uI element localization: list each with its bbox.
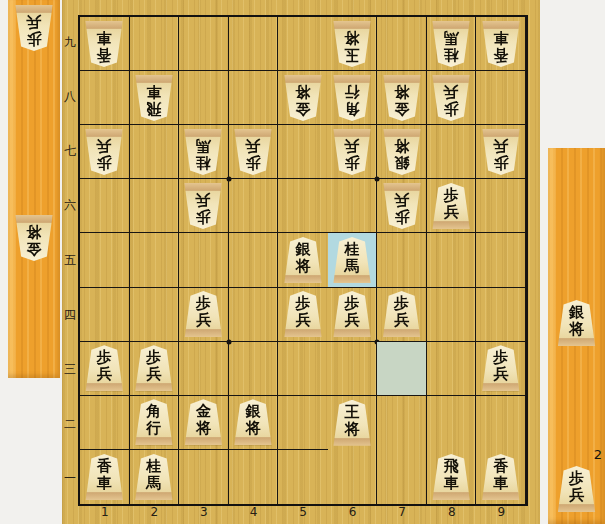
file-label: 3 bbox=[179, 503, 229, 521]
piece-kanji: 将 bbox=[394, 83, 409, 100]
shogi-piece-歩兵-sente[interactable]: 歩兵 bbox=[383, 183, 421, 229]
shogi-piece-銀将-gote[interactable]: 銀将 bbox=[284, 237, 322, 283]
piece-kanji: 兵 bbox=[97, 366, 112, 383]
square-1七[interactable]: 歩兵 bbox=[80, 125, 130, 179]
shogi-piece-銀将-sente[interactable]: 銀将 bbox=[383, 129, 421, 175]
piece-kanji: 桂 bbox=[146, 458, 161, 475]
piece-kanji: 歩 bbox=[444, 187, 459, 204]
shogi-piece-桂馬-gote[interactable]: 桂馬 bbox=[333, 237, 371, 283]
piece-kanji: 金 bbox=[27, 240, 42, 257]
square-5四[interactable]: 歩兵 bbox=[278, 288, 328, 342]
piece-kanji: 金 bbox=[394, 100, 409, 117]
piece-kanji: 馬 bbox=[146, 475, 161, 492]
shogi-piece-角行-gote[interactable]: 角行 bbox=[135, 399, 173, 445]
piece-kanji: 将 bbox=[27, 223, 42, 240]
shogi-piece-金将-sente[interactable]: 金将 bbox=[284, 75, 322, 121]
square-3八[interactable] bbox=[179, 71, 229, 125]
square-8二[interactable] bbox=[427, 396, 477, 450]
piece-kanji: 歩 bbox=[345, 154, 360, 171]
square-1六[interactable] bbox=[80, 179, 130, 233]
shogi-piece-角行-sente[interactable]: 角行 bbox=[333, 75, 371, 121]
shogi-piece-金将-gote[interactable]: 金将 bbox=[184, 399, 222, 445]
square-9八[interactable] bbox=[476, 71, 526, 125]
square-3四[interactable]: 歩兵 bbox=[179, 288, 229, 342]
square-1五[interactable] bbox=[80, 233, 130, 287]
shogi-piece-桂馬-sente[interactable]: 桂馬 bbox=[184, 129, 222, 175]
square-7三[interactable] bbox=[377, 342, 427, 396]
shogi-piece-歩兵-gote[interactable]: 歩兵 bbox=[284, 291, 322, 337]
shogi-board: 九八七六五四三二一 香車玉将桂馬香車飛車金将角行金将歩兵歩兵桂馬歩兵歩兵銀将歩兵… bbox=[62, 0, 540, 524]
square-1三[interactable]: 歩兵 bbox=[80, 342, 130, 396]
piece-kanji: 兵 bbox=[493, 366, 508, 383]
square-4二[interactable]: 銀将 bbox=[229, 396, 279, 450]
shogi-piece-飛車-gote[interactable]: 飛車 bbox=[432, 454, 470, 500]
piece-kanji: 歩 bbox=[569, 470, 584, 487]
square-5二[interactable] bbox=[278, 396, 328, 450]
square-7一[interactable] bbox=[377, 450, 427, 504]
square-1二[interactable] bbox=[80, 396, 130, 450]
rank-labels: 九八七六五四三二一 bbox=[62, 15, 78, 506]
sente-captured-tray: 歩兵金将 bbox=[8, 0, 60, 378]
square-4八[interactable] bbox=[229, 71, 279, 125]
piece-kanji: 歩 bbox=[493, 154, 508, 171]
piece-kanji: 歩 bbox=[295, 295, 310, 312]
rank-label: 四 bbox=[62, 288, 78, 343]
square-2二[interactable]: 角行 bbox=[130, 396, 180, 450]
piece-kanji: 桂 bbox=[345, 241, 360, 258]
shogi-piece-銀将-gote[interactable]: 銀将 bbox=[558, 300, 596, 346]
shogi-piece-香車-gote[interactable]: 香車 bbox=[482, 454, 520, 500]
hand-slot: 歩兵 bbox=[15, 5, 53, 51]
piece-kanji: 玉 bbox=[345, 46, 360, 63]
shogi-piece-玉将-sente[interactable]: 玉将 bbox=[333, 21, 371, 67]
file-label: 7 bbox=[377, 503, 427, 521]
square-8六[interactable]: 歩兵 bbox=[427, 179, 477, 233]
square-3五[interactable] bbox=[179, 233, 229, 287]
file-label: 6 bbox=[328, 503, 378, 521]
piece-kanji: 金 bbox=[295, 100, 310, 117]
piece-kanji: 歩 bbox=[493, 349, 508, 366]
shogi-piece-香車-gote[interactable]: 香車 bbox=[85, 454, 123, 500]
square-2七[interactable] bbox=[130, 125, 180, 179]
shogi-piece-歩兵-gote[interactable]: 歩兵 bbox=[85, 345, 123, 391]
square-8五[interactable] bbox=[427, 233, 477, 287]
piece-kanji: 車 bbox=[97, 29, 112, 46]
square-6六[interactable] bbox=[328, 179, 378, 233]
shogi-piece-飛車-sente[interactable]: 飛車 bbox=[135, 75, 173, 121]
piece-kanji: 歩 bbox=[245, 154, 260, 171]
square-4七[interactable]: 歩兵 bbox=[229, 125, 279, 179]
piece-kanji: 兵 bbox=[444, 83, 459, 100]
square-2九[interactable] bbox=[130, 17, 180, 71]
square-6九[interactable]: 玉将 bbox=[328, 17, 378, 71]
square-2八[interactable]: 飛車 bbox=[130, 71, 180, 125]
square-3二[interactable]: 金将 bbox=[179, 396, 229, 450]
square-4六[interactable] bbox=[229, 179, 279, 233]
square-4一[interactable] bbox=[229, 450, 279, 504]
piece-kanji: 将 bbox=[245, 420, 260, 437]
square-3一[interactable] bbox=[179, 450, 229, 504]
square-6二[interactable]: 王将 bbox=[328, 396, 378, 450]
square-9六[interactable] bbox=[476, 179, 526, 233]
square-7四[interactable]: 歩兵 bbox=[377, 288, 427, 342]
file-label: 8 bbox=[427, 503, 477, 521]
piece-kanji: 兵 bbox=[569, 487, 584, 504]
piece-kanji: 歩 bbox=[345, 295, 360, 312]
square-1四[interactable] bbox=[80, 288, 130, 342]
piece-kanji: 歩 bbox=[27, 30, 42, 47]
piece-kanji: 歩 bbox=[146, 349, 161, 366]
square-9九[interactable]: 香車 bbox=[476, 17, 526, 71]
piece-kanji: 車 bbox=[444, 475, 459, 492]
piece-kanji: 飛 bbox=[146, 100, 161, 117]
square-8三[interactable] bbox=[427, 342, 477, 396]
rank-label: 六 bbox=[62, 179, 78, 234]
file-label: 1 bbox=[80, 503, 130, 521]
piece-kanji: 銀 bbox=[569, 304, 584, 321]
file-labels: 123456789 bbox=[80, 503, 526, 521]
square-7六[interactable]: 歩兵 bbox=[377, 179, 427, 233]
piece-kanji: 兵 bbox=[345, 137, 360, 154]
file-label: 9 bbox=[477, 503, 527, 521]
square-8四[interactable] bbox=[427, 288, 477, 342]
shogi-piece-金将-sente[interactable]: 金将 bbox=[15, 215, 53, 261]
piece-kanji: 車 bbox=[493, 29, 508, 46]
square-5六[interactable] bbox=[278, 179, 328, 233]
piece-kanji: 香 bbox=[97, 46, 112, 63]
shogi-piece-桂馬-gote[interactable]: 桂馬 bbox=[135, 454, 173, 500]
square-8八[interactable]: 歩兵 bbox=[427, 71, 477, 125]
shogi-piece-歩兵-gote[interactable]: 歩兵 bbox=[383, 291, 421, 337]
shogi-piece-歩兵-sente[interactable]: 歩兵 bbox=[184, 183, 222, 229]
piece-kanji: 兵 bbox=[493, 137, 508, 154]
square-4四[interactable] bbox=[229, 288, 279, 342]
piece-kanji: 香 bbox=[97, 458, 112, 475]
shogi-game: 歩兵金将 九八七六五四三二一 香車玉将桂馬香車飛車金将角行金将歩兵歩兵桂馬歩兵歩… bbox=[0, 0, 605, 524]
shogi-piece-香車-sente[interactable]: 香車 bbox=[85, 21, 123, 67]
shogi-piece-銀将-gote[interactable]: 銀将 bbox=[234, 399, 272, 445]
hand-slot: 金将 bbox=[15, 215, 53, 261]
square-4三[interactable] bbox=[229, 342, 279, 396]
square-5三[interactable] bbox=[278, 342, 328, 396]
shogi-piece-歩兵-gote[interactable]: 歩兵 bbox=[482, 345, 520, 391]
piece-kanji: 銀 bbox=[394, 154, 409, 171]
piece-kanji: 歩 bbox=[196, 208, 211, 225]
piece-kanji: 将 bbox=[196, 420, 211, 437]
square-2五[interactable] bbox=[130, 233, 180, 287]
square-6八[interactable]: 角行 bbox=[328, 71, 378, 125]
piece-kanji: 兵 bbox=[196, 191, 211, 208]
piece-kanji: 兵 bbox=[97, 137, 112, 154]
shogi-piece-王将-gote[interactable]: 王将 bbox=[333, 400, 371, 446]
piece-kanji: 将 bbox=[295, 258, 310, 275]
gote-captured-tray: 銀将歩兵2 bbox=[548, 148, 605, 524]
piece-kanji: 兵 bbox=[245, 137, 260, 154]
shogi-piece-歩兵-sente[interactable]: 歩兵 bbox=[15, 5, 53, 51]
hand-slot: 歩兵 bbox=[558, 466, 596, 512]
rank-label: 九 bbox=[62, 15, 78, 70]
square-7八[interactable]: 金将 bbox=[377, 71, 427, 125]
piece-kanji: 将 bbox=[345, 29, 360, 46]
piece-kanji: 行 bbox=[345, 83, 360, 100]
hand-slot: 銀将 bbox=[558, 300, 596, 346]
piece-kanji: 銀 bbox=[295, 241, 310, 258]
square-4五[interactable] bbox=[229, 233, 279, 287]
piece-kanji: 桂 bbox=[196, 154, 211, 171]
piece-kanji: 角 bbox=[146, 403, 161, 420]
piece-kanji: 角 bbox=[345, 100, 360, 117]
square-6一[interactable] bbox=[328, 450, 378, 504]
piece-kanji: 馬 bbox=[196, 137, 211, 154]
shogi-piece-金将-sente[interactable]: 金将 bbox=[383, 75, 421, 121]
piece-kanji: 歩 bbox=[97, 154, 112, 171]
square-2一[interactable]: 桂馬 bbox=[130, 450, 180, 504]
square-3九[interactable] bbox=[179, 17, 229, 71]
piece-kanji: 将 bbox=[345, 421, 360, 438]
piece-kanji: 馬 bbox=[345, 258, 360, 275]
piece-kanji: 歩 bbox=[196, 295, 211, 312]
piece-kanji: 歩 bbox=[394, 208, 409, 225]
piece-kanji: 香 bbox=[493, 46, 508, 63]
shogi-piece-歩兵-gote[interactable]: 歩兵 bbox=[184, 291, 222, 337]
square-4九[interactable] bbox=[229, 17, 279, 71]
square-2三[interactable]: 歩兵 bbox=[130, 342, 180, 396]
shogi-piece-歩兵-gote[interactable]: 歩兵 bbox=[432, 183, 470, 229]
square-8九[interactable]: 桂馬 bbox=[427, 17, 477, 71]
square-8一[interactable]: 飛車 bbox=[427, 450, 477, 504]
piece-kanji: 金 bbox=[196, 403, 211, 420]
square-6五[interactable]: 桂馬 bbox=[328, 233, 378, 287]
square-9五[interactable] bbox=[476, 233, 526, 287]
piece-kanji: 歩 bbox=[444, 100, 459, 117]
shogi-piece-歩兵-sente[interactable]: 歩兵 bbox=[482, 129, 520, 175]
piece-kanji: 歩 bbox=[97, 349, 112, 366]
square-3七[interactable]: 桂馬 bbox=[179, 125, 229, 179]
square-8七[interactable] bbox=[427, 125, 477, 179]
file-label: 5 bbox=[278, 503, 328, 521]
piece-kanji: 香 bbox=[493, 458, 508, 475]
shogi-piece-香車-sente[interactable]: 香車 bbox=[482, 21, 520, 67]
piece-kanji: 桂 bbox=[444, 46, 459, 63]
piece-kanji: 将 bbox=[394, 137, 409, 154]
file-label: 2 bbox=[130, 503, 180, 521]
shogi-piece-歩兵-gote[interactable]: 歩兵 bbox=[333, 291, 371, 337]
piece-kanji: 兵 bbox=[196, 312, 211, 329]
square-9三[interactable]: 歩兵 bbox=[476, 342, 526, 396]
piece-kanji: 兵 bbox=[444, 204, 459, 221]
rank-label: 三 bbox=[62, 342, 78, 397]
shogi-piece-歩兵-sente[interactable]: 歩兵 bbox=[85, 129, 123, 175]
piece-kanji: 将 bbox=[569, 321, 584, 338]
shogi-piece-歩兵-gote[interactable]: 歩兵 bbox=[558, 466, 596, 512]
rank-label: 一 bbox=[62, 452, 78, 507]
captured-count: 2 bbox=[594, 447, 602, 462]
piece-kanji: 車 bbox=[493, 475, 508, 492]
rank-label: 二 bbox=[62, 397, 78, 452]
piece-kanji: 兵 bbox=[295, 312, 310, 329]
square-6三[interactable] bbox=[328, 342, 378, 396]
piece-kanji: 兵 bbox=[345, 312, 360, 329]
shogi-piece-歩兵-sente[interactable]: 歩兵 bbox=[234, 129, 272, 175]
piece-kanji: 王 bbox=[345, 404, 360, 421]
rank-label: 七 bbox=[62, 124, 78, 179]
square-1九[interactable]: 香車 bbox=[80, 17, 130, 71]
file-label: 4 bbox=[229, 503, 279, 521]
square-9四[interactable] bbox=[476, 288, 526, 342]
piece-kanji: 車 bbox=[146, 83, 161, 100]
piece-kanji: 兵 bbox=[146, 366, 161, 383]
piece-kanji: 馬 bbox=[444, 29, 459, 46]
square-9七[interactable]: 歩兵 bbox=[476, 125, 526, 179]
square-7五[interactable] bbox=[377, 233, 427, 287]
square-6七[interactable]: 歩兵 bbox=[328, 125, 378, 179]
square-5九[interactable] bbox=[278, 17, 328, 71]
rank-label: 五 bbox=[62, 233, 78, 288]
square-1一[interactable]: 香車 bbox=[80, 450, 130, 504]
square-7二[interactable] bbox=[377, 396, 427, 450]
square-5一[interactable] bbox=[278, 450, 328, 504]
square-5七[interactable] bbox=[278, 125, 328, 179]
piece-kanji: 歩 bbox=[394, 295, 409, 312]
square-6四[interactable]: 歩兵 bbox=[328, 288, 378, 342]
square-1八[interactable] bbox=[80, 71, 130, 125]
square-7七[interactable]: 銀将 bbox=[377, 125, 427, 179]
piece-kanji: 将 bbox=[295, 83, 310, 100]
rank-label: 八 bbox=[62, 70, 78, 125]
piece-kanji: 兵 bbox=[27, 13, 42, 30]
shogi-piece-桂馬-sente[interactable]: 桂馬 bbox=[432, 21, 470, 67]
square-3三[interactable] bbox=[179, 342, 229, 396]
square-7九[interactable] bbox=[377, 17, 427, 71]
shogi-piece-歩兵-gote[interactable]: 歩兵 bbox=[135, 345, 173, 391]
square-5五[interactable]: 銀将 bbox=[278, 233, 328, 287]
square-5八[interactable]: 金将 bbox=[278, 71, 328, 125]
piece-kanji: 兵 bbox=[394, 312, 409, 329]
piece-kanji: 飛 bbox=[444, 458, 459, 475]
board-grid: 香車玉将桂馬香車飛車金将角行金将歩兵歩兵桂馬歩兵歩兵銀将歩兵歩兵歩兵歩兵銀将桂馬… bbox=[78, 15, 528, 506]
square-3六[interactable]: 歩兵 bbox=[179, 179, 229, 233]
piece-kanji: 車 bbox=[97, 475, 112, 492]
shogi-piece-歩兵-sente[interactable]: 歩兵 bbox=[432, 75, 470, 121]
square-2四[interactable] bbox=[130, 288, 180, 342]
shogi-piece-歩兵-sente[interactable]: 歩兵 bbox=[333, 129, 371, 175]
square-2六[interactable] bbox=[130, 179, 180, 233]
square-9二[interactable] bbox=[476, 396, 526, 450]
square-9一[interactable]: 香車 bbox=[476, 450, 526, 504]
piece-kanji: 行 bbox=[146, 420, 161, 437]
piece-kanji: 銀 bbox=[245, 403, 260, 420]
piece-kanji: 兵 bbox=[394, 191, 409, 208]
